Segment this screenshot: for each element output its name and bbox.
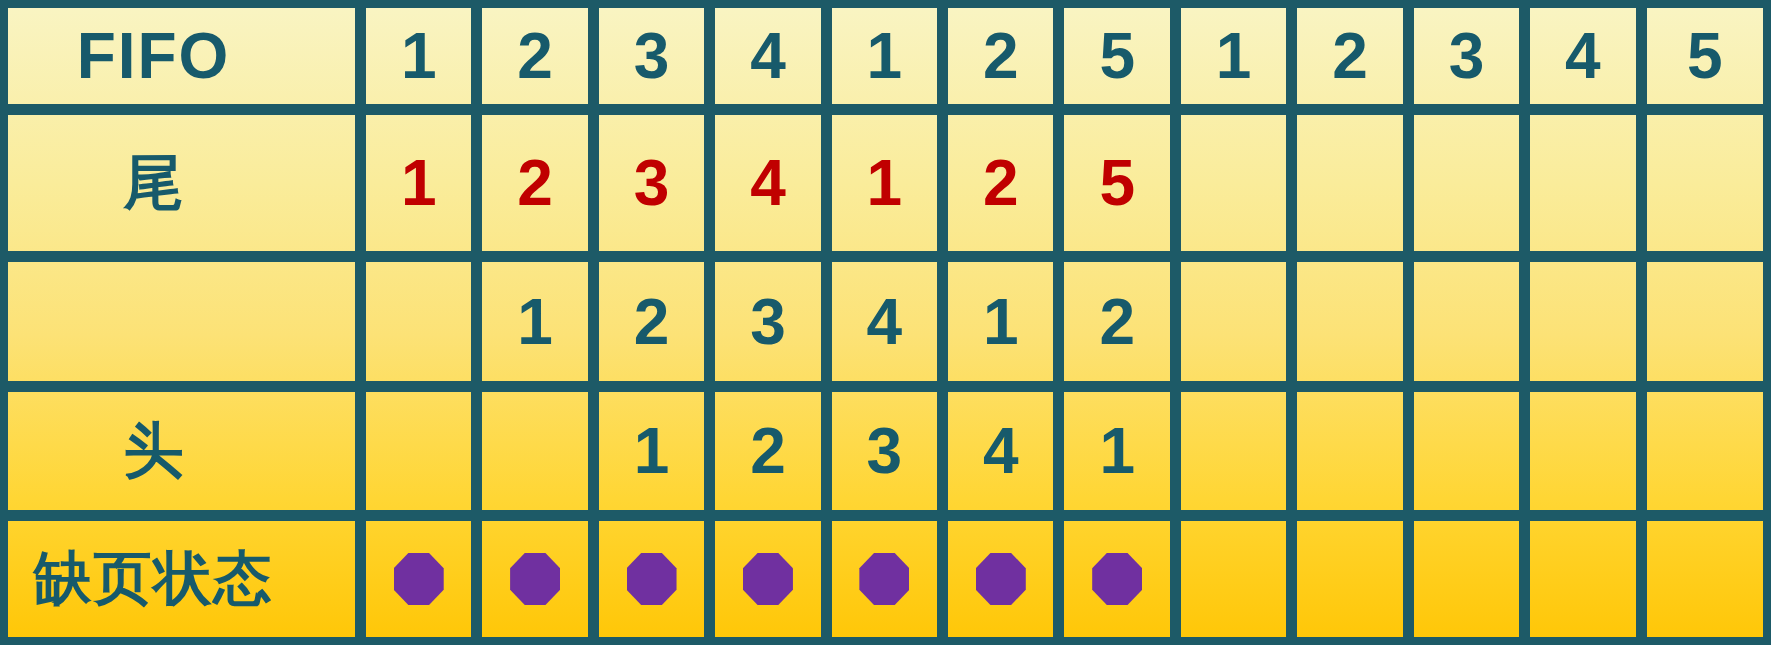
num-header-c12: 5 (1687, 24, 1723, 88)
cell-head-c3: 1 (599, 392, 715, 521)
page-fault-octagon-icon (743, 553, 793, 605)
cell-head-c2 (482, 392, 598, 521)
num-tail-c7: 5 (1099, 151, 1135, 215)
cell-header-c6: 2 (948, 8, 1064, 115)
row-label-fault: 缺页状态 (8, 521, 366, 637)
cell-header-c4: 4 (715, 8, 831, 115)
cell-middle-c7: 2 (1064, 262, 1180, 392)
cell-tail-c11 (1530, 115, 1646, 262)
cell-header-c9: 2 (1297, 8, 1413, 115)
num-header-c5: 1 (867, 24, 903, 88)
cell-head-c9 (1297, 392, 1413, 521)
cell-header-c11: 4 (1530, 8, 1646, 115)
cell-tail-c12 (1647, 115, 1763, 262)
cell-tail-c10 (1414, 115, 1530, 262)
cell-header-c3: 3 (599, 8, 715, 115)
cell-tail-c5: 1 (832, 115, 948, 262)
num-head-c3: 1 (634, 419, 670, 483)
cell-head-c11 (1530, 392, 1646, 521)
cell-middle-c6: 1 (948, 262, 1064, 392)
page-fault-octagon-icon (859, 553, 909, 605)
cell-tail-c7: 5 (1064, 115, 1180, 262)
cell-header-c12: 5 (1647, 8, 1763, 115)
num-header-c9: 2 (1332, 24, 1368, 88)
cell-head-c1 (366, 392, 482, 521)
cell-fault-c5 (832, 521, 948, 637)
cell-head-c6: 4 (948, 392, 1064, 521)
cell-header-c7: 5 (1064, 8, 1180, 115)
cell-tail-c6: 2 (948, 115, 1064, 262)
row-label-tail: 尾 (8, 115, 366, 262)
cell-fault-c8 (1181, 521, 1297, 637)
num-middle-c6: 1 (983, 290, 1019, 354)
cell-head-c7: 1 (1064, 392, 1180, 521)
num-tail-c3: 3 (634, 151, 670, 215)
row-label-header: FIFO (8, 8, 366, 115)
num-header-c7: 5 (1099, 24, 1135, 88)
cell-fault-c11 (1530, 521, 1646, 637)
cell-fault-c4 (715, 521, 831, 637)
cell-tail-c4: 4 (715, 115, 831, 262)
cell-middle-c11 (1530, 262, 1646, 392)
cell-head-c8 (1181, 392, 1297, 521)
cell-header-c10: 3 (1414, 8, 1530, 115)
cell-head-c12 (1647, 392, 1763, 521)
cell-tail-c1: 1 (366, 115, 482, 262)
cell-fault-c12 (1647, 521, 1763, 637)
fifo-table: FIFO123412512345尾1234125123412头12341缺页状态 (0, 0, 1771, 645)
cell-middle-c1 (366, 262, 482, 392)
row-label-middle (8, 262, 366, 392)
num-tail-c6: 2 (983, 151, 1019, 215)
num-head-c4: 2 (750, 419, 786, 483)
cell-middle-c5: 4 (832, 262, 948, 392)
num-middle-c4: 3 (750, 290, 786, 354)
num-head-c7: 1 (1099, 419, 1135, 483)
cell-fault-c2 (482, 521, 598, 637)
num-head-c5: 3 (867, 419, 903, 483)
page-fault-octagon-icon (394, 553, 444, 605)
num-middle-c7: 2 (1099, 290, 1135, 354)
cell-middle-c9 (1297, 262, 1413, 392)
cell-fault-c6 (948, 521, 1064, 637)
num-middle-c2: 1 (517, 290, 553, 354)
page-fault-octagon-icon (627, 553, 677, 605)
cell-middle-c8 (1181, 262, 1297, 392)
num-header-c11: 4 (1565, 24, 1601, 88)
num-tail-c1: 1 (401, 151, 437, 215)
cell-middle-c12 (1647, 262, 1763, 392)
cell-middle-c2: 1 (482, 262, 598, 392)
cell-fault-c10 (1414, 521, 1530, 637)
num-header-c6: 2 (983, 24, 1019, 88)
cell-tail-c2: 2 (482, 115, 598, 262)
page-fault-octagon-icon (1092, 553, 1142, 605)
num-header-c4: 4 (750, 24, 786, 88)
num-header-c3: 3 (634, 24, 670, 88)
cell-fault-c3 (599, 521, 715, 637)
cell-middle-c10 (1414, 262, 1530, 392)
cell-tail-c8 (1181, 115, 1297, 262)
num-tail-c5: 1 (867, 151, 903, 215)
num-middle-c5: 4 (867, 290, 903, 354)
num-header-c1: 1 (401, 24, 437, 88)
cell-fault-c9 (1297, 521, 1413, 637)
cell-head-c10 (1414, 392, 1530, 521)
page-fault-octagon-icon (976, 553, 1026, 605)
cell-header-c2: 2 (482, 8, 598, 115)
cell-fault-c7 (1064, 521, 1180, 637)
num-head-c6: 4 (983, 419, 1019, 483)
row-label-head: 头 (8, 392, 366, 521)
num-tail-c2: 2 (517, 151, 553, 215)
num-header-c8: 1 (1216, 24, 1252, 88)
cell-fault-c1 (366, 521, 482, 637)
cell-head-c5: 3 (832, 392, 948, 521)
num-header-c10: 3 (1449, 24, 1485, 88)
num-middle-c3: 2 (634, 290, 670, 354)
cell-tail-c9 (1297, 115, 1413, 262)
cell-header-c1: 1 (366, 8, 482, 115)
num-tail-c4: 4 (750, 151, 786, 215)
page-fault-octagon-icon (510, 553, 560, 605)
cell-middle-c4: 3 (715, 262, 831, 392)
num-header-c2: 2 (517, 24, 553, 88)
cell-header-c5: 1 (832, 8, 948, 115)
cell-header-c8: 1 (1181, 8, 1297, 115)
cell-tail-c3: 3 (599, 115, 715, 262)
cell-middle-c3: 2 (599, 262, 715, 392)
cell-head-c4: 2 (715, 392, 831, 521)
